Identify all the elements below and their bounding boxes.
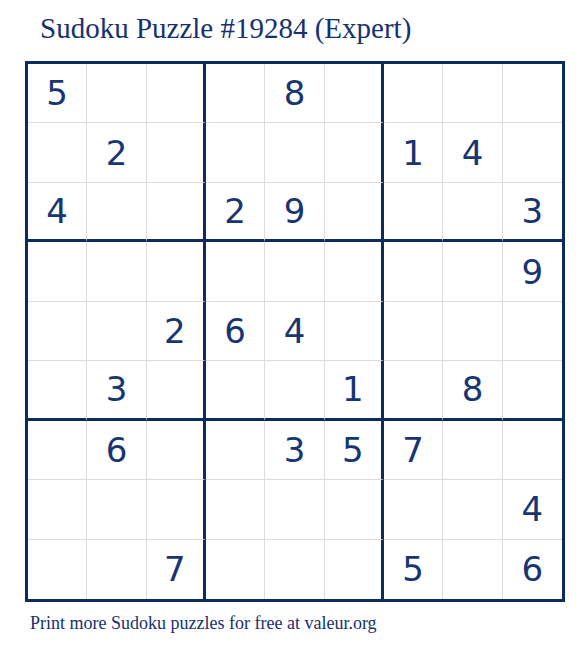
cell-r9c6-empty (325, 540, 384, 599)
cell-r5c9-empty (503, 302, 562, 361)
cell-r2c5-empty (265, 123, 324, 182)
cell-r4c6-empty (325, 242, 384, 301)
cell-r8c8-empty (443, 480, 502, 539)
sudoku-board: 582144293926431863574756 (25, 61, 565, 602)
cell-r7c3-empty (147, 421, 206, 480)
cell-r9c4-empty (206, 540, 265, 599)
cell-r8c5-empty (265, 480, 324, 539)
cell-r5c2-empty (87, 302, 146, 361)
cell-r4c5-empty (265, 242, 324, 301)
cell-r6c1-empty (28, 361, 87, 420)
cell-r2c2-given: 2 (87, 123, 146, 182)
cell-r3c7-empty (384, 183, 443, 242)
footer-text: Print more Sudoku puzzles for free at va… (30, 613, 377, 634)
cell-r2c4-empty (206, 123, 265, 182)
cell-r8c1-empty (28, 480, 87, 539)
cell-r8c6-empty (325, 480, 384, 539)
cell-r6c7-empty (384, 361, 443, 420)
cell-r1c7-empty (384, 64, 443, 123)
cell-r9c3-given: 7 (147, 540, 206, 599)
cell-r7c7-given: 7 (384, 421, 443, 480)
cell-r7c4-empty (206, 421, 265, 480)
cell-r3c1-given: 4 (28, 183, 87, 242)
cell-r1c5-given: 8 (265, 64, 324, 123)
cell-r6c5-empty (265, 361, 324, 420)
cell-r7c8-empty (443, 421, 502, 480)
cell-r4c4-empty (206, 242, 265, 301)
cell-r5c3-given: 2 (147, 302, 206, 361)
cell-r3c9-given: 3 (503, 183, 562, 242)
cell-r3c6-empty (325, 183, 384, 242)
cell-r9c7-given: 5 (384, 540, 443, 599)
cell-r2c3-empty (147, 123, 206, 182)
cell-r2c8-given: 4 (443, 123, 502, 182)
cell-r1c9-empty (503, 64, 562, 123)
cell-r8c2-empty (87, 480, 146, 539)
cell-r7c6-given: 5 (325, 421, 384, 480)
cell-r3c8-empty (443, 183, 502, 242)
cell-r5c5-given: 4 (265, 302, 324, 361)
cell-r6c2-given: 3 (87, 361, 146, 420)
cell-r6c8-given: 8 (443, 361, 502, 420)
cell-r3c4-given: 2 (206, 183, 265, 242)
cell-r2c6-empty (325, 123, 384, 182)
cell-r4c9-given: 9 (503, 242, 562, 301)
cell-r1c2-empty (87, 64, 146, 123)
cell-r2c7-given: 1 (384, 123, 443, 182)
cell-r4c2-empty (87, 242, 146, 301)
cell-r9c8-empty (443, 540, 502, 599)
cell-r4c8-empty (443, 242, 502, 301)
cell-r5c6-empty (325, 302, 384, 361)
cell-r1c4-empty (206, 64, 265, 123)
page-title: Sudoku Puzzle #19284 (Expert) (40, 12, 411, 45)
cell-r9c1-empty (28, 540, 87, 599)
cell-r5c4-given: 6 (206, 302, 265, 361)
cell-r4c7-empty (384, 242, 443, 301)
cell-r5c1-empty (28, 302, 87, 361)
cell-r8c3-empty (147, 480, 206, 539)
cell-r5c8-empty (443, 302, 502, 361)
cell-r7c9-empty (503, 421, 562, 480)
cell-r2c9-empty (503, 123, 562, 182)
cell-r6c4-empty (206, 361, 265, 420)
cell-r9c5-empty (265, 540, 324, 599)
cell-r8c9-given: 4 (503, 480, 562, 539)
cell-r9c2-empty (87, 540, 146, 599)
cell-r6c9-empty (503, 361, 562, 420)
cell-r6c6-given: 1 (325, 361, 384, 420)
cell-r8c4-empty (206, 480, 265, 539)
cell-r6c3-empty (147, 361, 206, 420)
cell-r1c8-empty (443, 64, 502, 123)
sudoku-page: Sudoku Puzzle #19284 (Expert) 5821442939… (0, 0, 580, 651)
cell-r5c7-empty (384, 302, 443, 361)
cell-r8c7-empty (384, 480, 443, 539)
cell-r4c1-empty (28, 242, 87, 301)
cell-r1c1-given: 5 (28, 64, 87, 123)
cell-r7c5-given: 3 (265, 421, 324, 480)
cell-r7c1-empty (28, 421, 87, 480)
cell-r2c1-empty (28, 123, 87, 182)
cell-r3c3-empty (147, 183, 206, 242)
cell-r7c2-given: 6 (87, 421, 146, 480)
cell-r1c6-empty (325, 64, 384, 123)
cell-r9c9-given: 6 (503, 540, 562, 599)
cell-r3c2-empty (87, 183, 146, 242)
cell-r4c3-empty (147, 242, 206, 301)
cell-r1c3-empty (147, 64, 206, 123)
cell-r3c5-given: 9 (265, 183, 324, 242)
